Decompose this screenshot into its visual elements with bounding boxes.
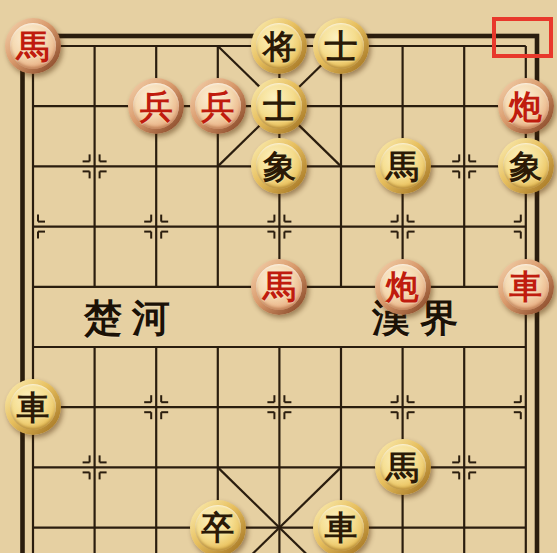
piece-face: 馬 — [380, 143, 426, 189]
xiangqi-board: 楚河 漢界 馬将士兵兵士炮象馬象馬炮車車馬卒車 — [0, 0, 557, 553]
piece-face: 将 — [256, 23, 302, 69]
piece-glyph: 馬 — [386, 150, 419, 183]
piece-glyph: 士 — [325, 30, 358, 63]
piece-face: 車 — [503, 264, 549, 310]
piece-face: 士 — [318, 23, 364, 69]
piece-glyph: 卒 — [201, 511, 234, 544]
piece-face: 炮 — [380, 264, 426, 310]
piece-face: 馬 — [10, 23, 56, 69]
highlight-rect — [492, 17, 553, 58]
piece-face: 車 — [10, 384, 56, 430]
piece-face: 兵 — [195, 83, 241, 129]
piece-glyph: 象 — [263, 150, 296, 183]
piece-glyph: 車 — [325, 511, 358, 544]
piece-black-advisor[interactable]: 士 — [251, 78, 307, 134]
piece-glyph: 士 — [263, 90, 296, 123]
piece-face: 馬 — [380, 444, 426, 490]
piece-black-general[interactable]: 将 — [251, 18, 307, 74]
piece-glyph: 車 — [17, 391, 50, 424]
piece-red-soldier[interactable]: 兵 — [128, 78, 184, 134]
piece-face: 卒 — [195, 505, 241, 551]
river-label-left: 楚河 — [84, 293, 180, 344]
piece-glyph: 炮 — [509, 90, 542, 123]
piece-black-soldier[interactable]: 卒 — [190, 500, 246, 553]
piece-red-cannon[interactable]: 炮 — [375, 259, 431, 315]
piece-glyph: 馬 — [17, 30, 50, 63]
piece-glyph: 馬 — [386, 451, 419, 484]
piece-red-cannon[interactable]: 炮 — [498, 78, 554, 134]
piece-face: 炮 — [503, 83, 549, 129]
piece-black-elephant[interactable]: 象 — [251, 138, 307, 194]
piece-glyph: 将 — [263, 30, 296, 63]
piece-glyph: 馬 — [263, 270, 296, 303]
piece-red-horse[interactable]: 馬 — [5, 18, 61, 74]
piece-black-elephant[interactable]: 象 — [498, 138, 554, 194]
piece-black-horse[interactable]: 馬 — [375, 138, 431, 194]
piece-glyph: 兵 — [201, 90, 234, 123]
piece-face: 士 — [256, 83, 302, 129]
piece-face: 兵 — [133, 83, 179, 129]
piece-glyph: 炮 — [386, 270, 419, 303]
piece-glyph: 兵 — [140, 90, 173, 123]
piece-black-horse[interactable]: 馬 — [375, 439, 431, 495]
piece-black-chariot[interactable]: 車 — [5, 379, 61, 435]
piece-face: 象 — [256, 143, 302, 189]
piece-red-soldier[interactable]: 兵 — [190, 78, 246, 134]
piece-red-horse[interactable]: 馬 — [251, 259, 307, 315]
piece-face: 馬 — [256, 264, 302, 310]
piece-glyph: 車 — [509, 270, 542, 303]
piece-black-advisor[interactable]: 士 — [313, 18, 369, 74]
piece-face: 車 — [318, 505, 364, 551]
piece-glyph: 象 — [509, 150, 542, 183]
piece-black-chariot[interactable]: 車 — [313, 500, 369, 553]
piece-face: 象 — [503, 143, 549, 189]
piece-red-chariot[interactable]: 車 — [498, 259, 554, 315]
